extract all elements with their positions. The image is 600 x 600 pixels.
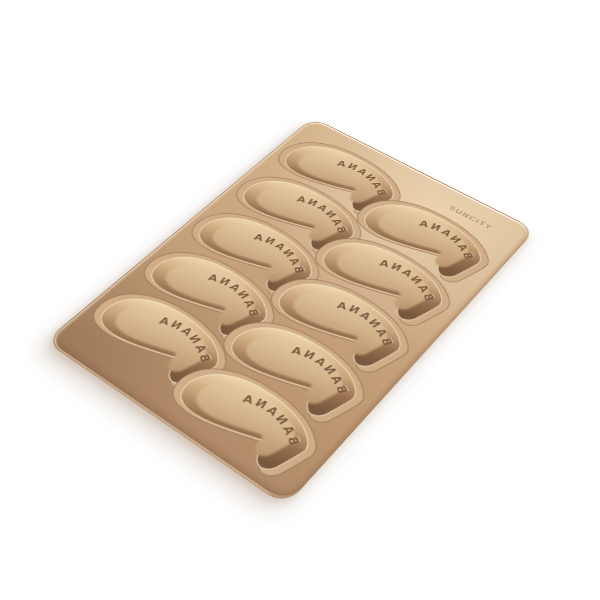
- baking-pan: BANANA BANANA SUNCITY: [45, 117, 536, 506]
- pan-surface: BANANA BANANA: [46, 118, 534, 505]
- cavity-grid: [46, 121, 527, 505]
- product-photo: BANANA BANANA SUNCITY: [0, 0, 600, 600]
